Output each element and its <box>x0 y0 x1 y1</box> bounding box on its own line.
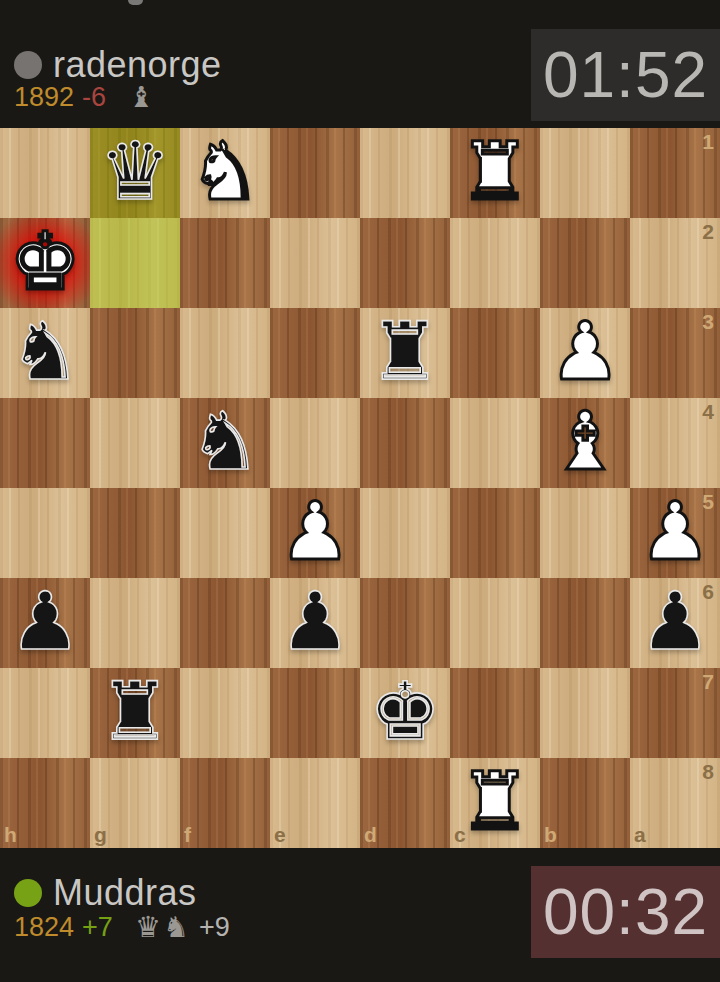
top-player-bar: radenorge 1892 -6 ♝ 01:52 <box>0 0 720 128</box>
square-d2[interactable] <box>360 218 450 308</box>
captured-knight-icon: ♞ <box>163 913 189 942</box>
square-c1[interactable]: ♜ <box>450 128 540 218</box>
square-a5[interactable]: ♟ <box>630 488 720 578</box>
captured-queen-icon: ♛ <box>135 913 161 942</box>
square-g2[interactable] <box>90 218 180 308</box>
piece-white-rook[interactable]: ♜ <box>450 128 540 218</box>
top-player-clock: 01:52 <box>531 29 720 121</box>
piece-white-pawn[interactable]: ♟ <box>540 308 630 398</box>
square-b4[interactable]: ♝ <box>540 398 630 488</box>
square-e3[interactable] <box>270 308 360 398</box>
square-d8[interactable] <box>360 758 450 848</box>
piece-black-queen[interactable]: ♛ <box>90 128 180 218</box>
piece-black-rook[interactable]: ♜ <box>90 668 180 758</box>
square-e1[interactable] <box>270 128 360 218</box>
square-g5[interactable] <box>90 488 180 578</box>
square-f2[interactable] <box>180 218 270 308</box>
cutoff-ui-fragment <box>128 0 143 5</box>
piece-black-pawn[interactable]: ♟ <box>270 578 360 668</box>
bottom-player-rating: 1824 <box>14 912 74 943</box>
square-b3[interactable]: ♟ <box>540 308 630 398</box>
square-g6[interactable] <box>90 578 180 668</box>
square-a6[interactable]: ♟ <box>630 578 720 668</box>
square-g1[interactable]: ♛ <box>90 128 180 218</box>
piece-white-pawn[interactable]: ♟ <box>270 488 360 578</box>
square-d6[interactable] <box>360 578 450 668</box>
bottom-player-captured-material: ♛♞ <box>135 913 189 942</box>
piece-black-king[interactable]: ♚ <box>360 668 450 758</box>
online-status-icon <box>14 879 42 907</box>
square-f1[interactable]: ♞ <box>180 128 270 218</box>
bottom-player-material-score: +9 <box>199 912 230 943</box>
square-b1[interactable] <box>540 128 630 218</box>
square-a2[interactable] <box>630 218 720 308</box>
square-f5[interactable] <box>180 488 270 578</box>
piece-black-rook[interactable]: ♜ <box>360 308 450 398</box>
square-g3[interactable] <box>90 308 180 398</box>
square-f3[interactable] <box>180 308 270 398</box>
piece-black-pawn[interactable]: ♟ <box>630 578 720 668</box>
square-h8[interactable] <box>0 758 90 848</box>
piece-white-knight[interactable]: ♞ <box>180 128 270 218</box>
piece-white-rook[interactable]: ♜ <box>450 758 540 848</box>
captured-bishop-icon: ♝ <box>128 83 154 112</box>
square-d1[interactable] <box>360 128 450 218</box>
square-g4[interactable] <box>90 398 180 488</box>
square-f4[interactable]: ♞ <box>180 398 270 488</box>
top-player-captured-material: ♝ <box>128 83 154 112</box>
piece-black-knight[interactable]: ♞ <box>180 398 270 488</box>
square-f6[interactable] <box>180 578 270 668</box>
square-c7[interactable] <box>450 668 540 758</box>
top-player-rating: 1892 <box>14 82 74 113</box>
square-h3[interactable]: ♞ <box>0 308 90 398</box>
square-c3[interactable] <box>450 308 540 398</box>
square-h2[interactable]: ♚ <box>0 218 90 308</box>
square-e8[interactable] <box>270 758 360 848</box>
square-a8[interactable] <box>630 758 720 848</box>
square-c2[interactable] <box>450 218 540 308</box>
square-c6[interactable] <box>450 578 540 668</box>
square-b7[interactable] <box>540 668 630 758</box>
square-c5[interactable] <box>450 488 540 578</box>
square-d5[interactable] <box>360 488 450 578</box>
square-g8[interactable] <box>90 758 180 848</box>
square-b5[interactable] <box>540 488 630 578</box>
square-g7[interactable]: ♜ <box>90 668 180 758</box>
square-d7[interactable]: ♚ <box>360 668 450 758</box>
square-e4[interactable] <box>270 398 360 488</box>
square-e5[interactable]: ♟ <box>270 488 360 578</box>
bottom-player-clock: 00:32 <box>531 866 720 958</box>
square-a7[interactable] <box>630 668 720 758</box>
piece-white-pawn[interactable]: ♟ <box>630 488 720 578</box>
square-h7[interactable] <box>0 668 90 758</box>
square-h4[interactable] <box>0 398 90 488</box>
top-player-rating-diff: -6 <box>82 82 106 113</box>
piece-black-knight[interactable]: ♞ <box>0 308 90 398</box>
square-a3[interactable] <box>630 308 720 398</box>
square-f7[interactable] <box>180 668 270 758</box>
square-e2[interactable] <box>270 218 360 308</box>
square-f8[interactable] <box>180 758 270 848</box>
square-c4[interactable] <box>450 398 540 488</box>
chess-board[interactable]: ♛♞♜♚♞♜♟♞♝♟♟♟♟♟♜♚♜hgfedcba12345678 <box>0 128 720 848</box>
piece-white-bishop[interactable]: ♝ <box>540 398 630 488</box>
square-b8[interactable] <box>540 758 630 848</box>
square-b2[interactable] <box>540 218 630 308</box>
square-h6[interactable]: ♟ <box>0 578 90 668</box>
square-d4[interactable] <box>360 398 450 488</box>
square-e6[interactable]: ♟ <box>270 578 360 668</box>
square-d3[interactable]: ♜ <box>360 308 450 398</box>
bottom-player-bar: Muddras 1824 +7 ♛♞ +9 00:32 <box>0 848 720 982</box>
square-a1[interactable] <box>630 128 720 218</box>
piece-white-king[interactable]: ♚ <box>0 218 90 308</box>
square-h5[interactable] <box>0 488 90 578</box>
offline-status-icon <box>14 51 42 79</box>
bottom-player-name[interactable]: Muddras <box>53 872 197 914</box>
piece-black-pawn[interactable]: ♟ <box>0 578 90 668</box>
square-a4[interactable] <box>630 398 720 488</box>
bottom-player-rating-diff: +7 <box>82 912 113 943</box>
square-b6[interactable] <box>540 578 630 668</box>
square-h1[interactable] <box>0 128 90 218</box>
square-c8[interactable]: ♜ <box>450 758 540 848</box>
square-e7[interactable] <box>270 668 360 758</box>
